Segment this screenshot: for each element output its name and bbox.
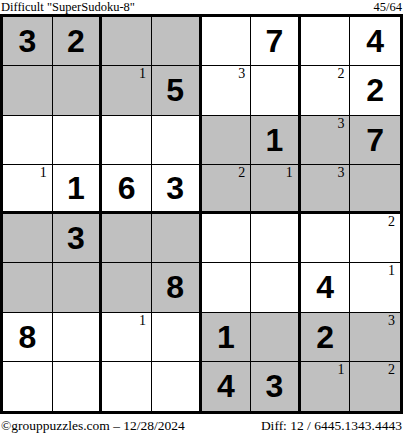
cell-r5c4[interactable] bbox=[152, 214, 202, 263]
cell-r5c6[interactable] bbox=[251, 214, 301, 263]
cell-r2c8[interactable]: 2 bbox=[350, 66, 400, 115]
cell-r2c1[interactable] bbox=[3, 66, 53, 115]
cell-r8c6[interactable]: 3 bbox=[251, 362, 301, 411]
cell-value: 7 bbox=[366, 124, 384, 156]
cell-value: 4 bbox=[217, 370, 235, 402]
cell-value: 3 bbox=[266, 370, 284, 402]
cell-r8c1[interactable] bbox=[3, 362, 53, 411]
cell-value: 3 bbox=[67, 222, 85, 254]
pencil-mark: 1 bbox=[388, 264, 395, 278]
copyright-text: ©grouppuzzles.com – 12/28/2024 bbox=[1, 418, 185, 434]
cell-r5c3[interactable] bbox=[102, 214, 152, 263]
cell-r8c2[interactable] bbox=[53, 362, 103, 411]
cell-value: 8 bbox=[166, 271, 184, 303]
cell-r5c5[interactable] bbox=[202, 214, 252, 263]
cell-r3c6[interactable]: 1 bbox=[251, 116, 301, 165]
pencil-mark: 2 bbox=[337, 67, 344, 81]
cell-r7c6[interactable] bbox=[251, 313, 301, 362]
cell-r7c1[interactable]: 8 bbox=[3, 313, 53, 362]
cell-r4c8[interactable] bbox=[350, 165, 400, 214]
cell-r6c2[interactable] bbox=[53, 263, 103, 312]
cell-r6c1[interactable] bbox=[3, 263, 53, 312]
cell-r3c3[interactable] bbox=[102, 116, 152, 165]
cell-value: 7 bbox=[266, 25, 284, 57]
pencil-mark: 2 bbox=[388, 363, 395, 377]
cell-value: 2 bbox=[67, 25, 85, 57]
cell-r2c3[interactable]: 1 bbox=[102, 66, 152, 115]
cell-r2c5[interactable]: 3 bbox=[202, 66, 252, 115]
cell-value: 2 bbox=[316, 321, 334, 353]
cell-r2c2[interactable] bbox=[53, 66, 103, 115]
cell-r4c5[interactable]: 2 bbox=[202, 165, 252, 214]
cell-r2c6[interactable] bbox=[251, 66, 301, 115]
cell-r4c6[interactable]: 1 bbox=[251, 165, 301, 214]
puzzle-counter: 45/64 bbox=[374, 1, 402, 14]
cell-value: 4 bbox=[366, 25, 384, 57]
pencil-mark: 1 bbox=[337, 363, 344, 377]
cell-r6c3[interactable] bbox=[102, 263, 152, 312]
cell-r1c7[interactable] bbox=[301, 17, 351, 66]
cell-value: 2 bbox=[366, 74, 384, 106]
cell-r6c7[interactable]: 4 bbox=[301, 263, 351, 312]
cell-r1c3[interactable] bbox=[102, 17, 152, 66]
cell-r4c1[interactable]: 1 bbox=[3, 165, 53, 214]
cell-r2c7[interactable]: 2 bbox=[301, 66, 351, 115]
cell-r7c8[interactable]: 3 bbox=[350, 313, 400, 362]
cell-r8c4[interactable] bbox=[152, 362, 202, 411]
cell-r3c8[interactable]: 7 bbox=[350, 116, 400, 165]
page-footer: ©grouppuzzles.com – 12/28/2024 Diff: 12 … bbox=[0, 414, 403, 437]
cell-value: 1 bbox=[266, 124, 284, 156]
cell-value: 6 bbox=[118, 172, 136, 204]
cell-r7c2[interactable] bbox=[53, 313, 103, 362]
cell-r5c1[interactable] bbox=[3, 214, 53, 263]
cell-r3c4[interactable] bbox=[152, 116, 202, 165]
cell-value: 5 bbox=[166, 74, 184, 106]
pencil-mark: 2 bbox=[388, 215, 395, 229]
cell-value: 3 bbox=[18, 25, 36, 57]
cell-value: 3 bbox=[166, 172, 184, 204]
cell-r6c5[interactable] bbox=[202, 263, 252, 312]
cell-r1c4[interactable] bbox=[152, 17, 202, 66]
cell-r1c8[interactable]: 4 bbox=[350, 17, 400, 66]
cell-r3c2[interactable] bbox=[53, 116, 103, 165]
cell-r4c2[interactable]: 1 bbox=[53, 165, 103, 214]
cell-r4c4[interactable]: 3 bbox=[152, 165, 202, 214]
pencil-mark: 1 bbox=[286, 166, 293, 180]
cell-value: 4 bbox=[316, 271, 334, 303]
cell-r6c4[interactable]: 8 bbox=[152, 263, 202, 312]
cell-value: 8 bbox=[18, 321, 36, 353]
cell-r7c4[interactable] bbox=[152, 313, 202, 362]
sudoku-board: 327415322137116321332841811234312 bbox=[0, 14, 403, 414]
pencil-mark: 1 bbox=[139, 67, 146, 81]
difficulty-rating: Diff: 12 / 6445.1343.4443 bbox=[261, 418, 402, 434]
cell-r1c6[interactable]: 7 bbox=[251, 17, 301, 66]
cell-r8c3[interactable] bbox=[102, 362, 152, 411]
pencil-mark: 3 bbox=[238, 67, 245, 81]
cell-r2c4[interactable]: 5 bbox=[152, 66, 202, 115]
pencil-mark: 3 bbox=[337, 166, 344, 180]
pencil-mark: 3 bbox=[337, 117, 344, 131]
cell-r6c8[interactable]: 1 bbox=[350, 263, 400, 312]
page-header: Difficult "SuperSudoku-8" 45/64 bbox=[0, 0, 403, 14]
cell-r4c7[interactable]: 3 bbox=[301, 165, 351, 214]
cell-r3c5[interactable] bbox=[202, 116, 252, 165]
cell-r1c1[interactable]: 3 bbox=[3, 17, 53, 66]
cell-r5c8[interactable]: 2 bbox=[350, 214, 400, 263]
cell-r8c7[interactable]: 1 bbox=[301, 362, 351, 411]
puzzle-title: Difficult "SuperSudoku-8" bbox=[1, 1, 135, 14]
cell-r1c5[interactable] bbox=[202, 17, 252, 66]
cell-r7c7[interactable]: 2 bbox=[301, 313, 351, 362]
cell-r1c2[interactable]: 2 bbox=[53, 17, 103, 66]
cell-r7c5[interactable]: 1 bbox=[202, 313, 252, 362]
pencil-mark: 1 bbox=[139, 314, 146, 328]
cell-r8c8[interactable]: 2 bbox=[350, 362, 400, 411]
cell-r6c6[interactable] bbox=[251, 263, 301, 312]
cell-r3c7[interactable]: 3 bbox=[301, 116, 351, 165]
pencil-mark: 3 bbox=[388, 314, 395, 328]
pencil-mark: 2 bbox=[238, 166, 245, 180]
cell-r5c7[interactable] bbox=[301, 214, 351, 263]
cell-value: 1 bbox=[217, 321, 235, 353]
pencil-mark: 1 bbox=[40, 166, 47, 180]
cell-r5c2[interactable]: 3 bbox=[53, 214, 103, 263]
cell-value: 1 bbox=[67, 172, 85, 204]
cell-r7c3[interactable]: 1 bbox=[102, 313, 152, 362]
cell-r8c5[interactable]: 4 bbox=[202, 362, 252, 411]
puzzle-page: Difficult "SuperSudoku-8" 45/64 32741532… bbox=[0, 0, 403, 437]
cell-r4c3[interactable]: 6 bbox=[102, 165, 152, 214]
cell-r3c1[interactable] bbox=[3, 116, 53, 165]
